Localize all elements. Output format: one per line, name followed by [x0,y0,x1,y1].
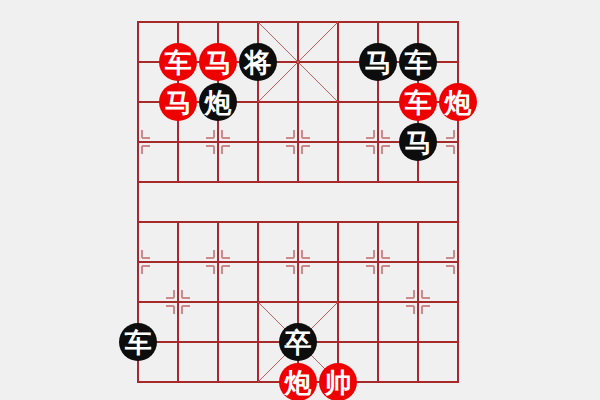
piece-black-general[interactable]: 将 [239,43,277,81]
piece-black-horse[interactable]: 马 [359,43,397,81]
piece-black-cannon[interactable]: 炮 [199,83,237,121]
xiangqi-page: 车马将马车马炮车炮马车卒炮帅 [0,0,600,400]
piece-red-chariot[interactable]: 车 [159,43,197,81]
piece-black-chariot[interactable]: 车 [399,43,437,81]
piece-red-cannon[interactable]: 炮 [439,83,477,121]
piece-black-chariot[interactable]: 车 [119,323,157,361]
piece-red-chariot[interactable]: 车 [399,83,437,121]
piece-red-cannon[interactable]: 炮 [279,363,317,400]
piece-red-horse[interactable]: 马 [199,43,237,81]
piece-red-horse[interactable]: 马 [159,83,197,121]
piece-black-soldier[interactable]: 卒 [279,323,317,361]
xiangqi-board[interactable]: 车马将马车马炮车炮马车卒炮帅 [118,2,478,400]
piece-red-general[interactable]: 帅 [319,363,357,400]
piece-black-horse[interactable]: 马 [399,123,437,161]
